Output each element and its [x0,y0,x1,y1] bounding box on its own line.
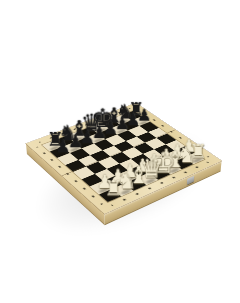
clasp-latch [187,176,195,185]
white-rook: ♜ [104,178,123,199]
photo-scene: ♜♞♝♛♚♝♞♜♟♟♟♟♟♟♟♟♟♟♟♟♟♟♟♟♜♞♝♛♚♝♞♜ [0,0,240,303]
board-surface: ♜♞♝♛♚♝♞♜♟♟♟♟♟♟♟♟♟♟♟♟♟♟♟♟♜♞♝♛♚♝♞♜ [26,103,222,214]
chess-board: ♜♞♝♛♚♝♞♜♟♟♟♟♟♟♟♟♟♟♟♟♟♟♟♟♜♞♝♛♚♝♞♜ [26,103,222,214]
black-pawn: ♟ [55,138,70,155]
product-image[interactable]: ♜♞♝♛♚♝♞♜♟♟♟♟♟♟♟♟♟♟♟♟♟♟♟♟♜♞♝♛♚♝♞♜ [0,0,240,303]
